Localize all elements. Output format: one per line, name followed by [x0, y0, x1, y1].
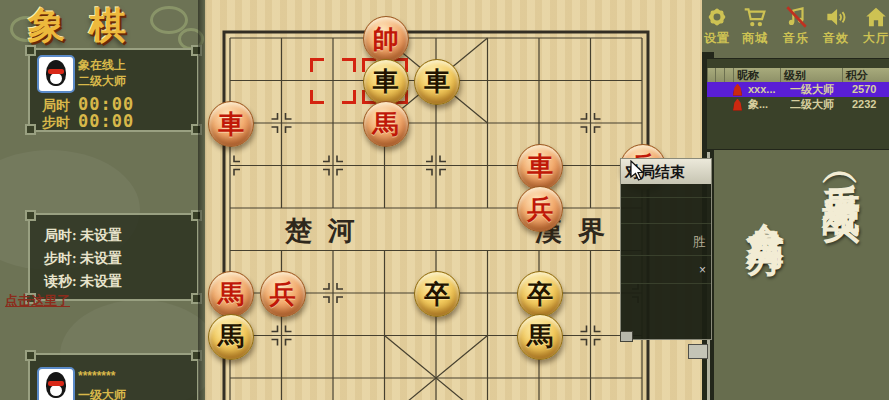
table-row[interactable]: 象... 二级大师 2232	[707, 97, 889, 112]
piece-red-兵[interactable]: 兵	[517, 186, 563, 232]
penguin-avatar-icon	[44, 60, 68, 88]
setting-label: 读秒:	[44, 274, 77, 289]
home-icon	[863, 4, 889, 30]
row-nickname: xxx...	[748, 82, 790, 97]
game-logo: 象棋	[0, 0, 205, 48]
toolbar-label: 商城	[736, 30, 774, 47]
gear-icon	[704, 4, 730, 30]
piece-red-兵[interactable]: 兵	[260, 271, 306, 317]
dialog-resize-notch	[620, 331, 633, 342]
header-nickname: 昵称	[733, 68, 780, 82]
penguin-avatar-icon	[44, 372, 68, 400]
piece-red-帥[interactable]: 帥	[363, 16, 409, 62]
self-avatar[interactable]	[37, 367, 75, 400]
setting-value: 未设置	[80, 228, 122, 243]
right-panel: 设置 商城 音乐 音效	[702, 0, 889, 400]
sidebar-board-shadow	[198, 0, 207, 400]
toolbar-shop-button[interactable]: 商城	[736, 4, 774, 47]
piece-black-車[interactable]: 車	[363, 59, 409, 105]
self-nickname: ********	[78, 369, 115, 383]
logo-title: 象棋	[28, 1, 198, 51]
piece-black-卒[interactable]: 卒	[414, 271, 460, 317]
row-score: 2232	[852, 97, 889, 112]
dialog-result-text: 胜	[693, 233, 706, 251]
header-rank: 级别	[780, 68, 842, 82]
piece-red-車[interactable]: 車	[208, 101, 254, 147]
last-move-marker	[310, 58, 356, 104]
app-window: 象棋 象在线上 二级大师 局时00:00 步时00:00 局时:	[0, 0, 889, 400]
row-score: 2570	[852, 82, 889, 97]
overlay-calligraphy-left: 全盘对局分	[739, 192, 790, 400]
piece-red-車[interactable]: 車	[517, 144, 563, 190]
toolbar-label: 音乐	[777, 30, 815, 47]
opponent-nickname: 象在线上	[78, 57, 126, 74]
toolbar-label: 设置	[702, 30, 736, 47]
toolbar-music-button[interactable]: 音乐	[777, 4, 815, 47]
setting-label: 局时:	[44, 228, 77, 243]
music-muted-icon	[783, 4, 809, 30]
opponent-info-panel: 象在线上 二级大师 局时00:00 步时00:00	[28, 48, 199, 132]
toolbar-sound-button[interactable]: 音效	[817, 4, 855, 47]
dialog-close-glyph: ×	[699, 263, 706, 277]
player-flag-icon	[733, 84, 742, 96]
self-info-panel: ******** 一级大师	[28, 353, 199, 400]
piece-black-卒[interactable]: 卒	[517, 271, 563, 317]
toolbar-lobby-button[interactable]: 大厅	[857, 4, 889, 47]
move-time-label: 步时	[42, 115, 70, 130]
setting-value: 未设置	[80, 274, 122, 289]
left-sidebar: 象棋 象在线上 二级大师 局时00:00 步时00:00 局时:	[0, 0, 205, 400]
overlay-calligraphy-right: 后手（对战实	[815, 152, 866, 400]
dialog-help-link[interactable]: 点击这里了	[5, 292, 70, 310]
row-rank: 一级大师	[790, 82, 852, 97]
piece-black-車[interactable]: 車	[414, 59, 460, 105]
cart-icon	[742, 4, 768, 30]
table-header-row: 昵称 级别 积分	[707, 68, 889, 82]
setting-label: 步时:	[44, 251, 77, 266]
game-over-dialog: 对局结束 胜 ×	[620, 158, 712, 340]
move-time-value: 00:00	[78, 111, 134, 131]
speaker-icon	[823, 4, 849, 30]
setting-value: 未设置	[80, 251, 122, 266]
opponent-avatar[interactable]	[37, 55, 75, 93]
player-list-table: 昵称 级别 积分 xxx... 一级大师 2570 象... 二级大师 2232	[706, 58, 889, 150]
mouse-cursor-icon	[630, 160, 646, 182]
dialog-body: 胜 ×	[621, 184, 711, 339]
toolbar-label: 大厅	[857, 30, 889, 47]
piece-red-馬[interactable]: 馬	[363, 101, 409, 147]
piece-black-馬[interactable]: 馬	[208, 314, 254, 360]
header-score: 积分	[842, 68, 889, 82]
row-rank: 二级大师	[790, 97, 852, 112]
table-row[interactable]: xxx... 一级大师 2570	[707, 82, 889, 97]
piece-black-馬[interactable]: 馬	[517, 314, 563, 360]
time-settings-panel: 局时: 未设置 步时: 未设置 读秒: 未设置	[28, 213, 199, 301]
row-nickname: 象...	[748, 97, 790, 112]
river-label-left: 楚河	[285, 213, 371, 249]
opponent-rank: 二级大师	[78, 73, 126, 90]
player-flag-icon	[733, 99, 742, 111]
toolbar-settings-button[interactable]: 设置	[702, 4, 736, 47]
self-rank: 一级大师	[78, 387, 126, 400]
piece-red-馬[interactable]: 馬	[208, 271, 254, 317]
panel-notch	[688, 344, 708, 359]
toolbar-label: 音效	[817, 30, 855, 47]
